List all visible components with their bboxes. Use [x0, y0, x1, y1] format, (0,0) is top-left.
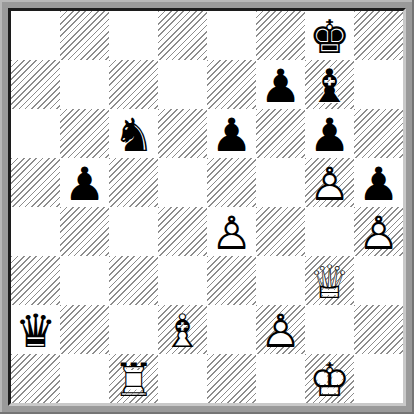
square-e4[interactable]: ♟♙: [207, 207, 256, 256]
piece-black-queen: ♛: [15, 308, 56, 354]
piece-white-queen: ♛♕: [305, 256, 354, 305]
piece-white-pawn: ♟♙: [207, 207, 256, 256]
square-h3[interactable]: [354, 256, 403, 305]
square-b4[interactable]: [60, 207, 109, 256]
piece-white-bishop: ♝♗: [158, 305, 207, 354]
square-f6[interactable]: [256, 109, 305, 158]
piece-white-pawn: ♟♙: [256, 305, 305, 354]
square-f1[interactable]: [256, 354, 305, 403]
piece-outline-layer: ♙: [354, 208, 403, 257]
square-h6[interactable]: [354, 109, 403, 158]
square-a8[interactable]: [11, 11, 60, 60]
square-g7[interactable]: ♝: [305, 60, 354, 109]
piece-outline-layer: ♔: [305, 355, 354, 404]
piece-outline-layer: ♙: [305, 159, 354, 208]
piece-black-bishop: ♝: [309, 63, 350, 109]
piece-black-pawn: ♟: [309, 112, 350, 158]
square-f5[interactable]: [256, 158, 305, 207]
square-b5[interactable]: ♟: [60, 158, 109, 207]
square-e6[interactable]: ♟: [207, 109, 256, 158]
square-c6[interactable]: ♞: [109, 109, 158, 158]
square-b3[interactable]: [60, 256, 109, 305]
square-f8[interactable]: [256, 11, 305, 60]
square-d5[interactable]: [158, 158, 207, 207]
square-a5[interactable]: [11, 158, 60, 207]
piece-outline-layer: ♙: [256, 306, 305, 355]
square-e2[interactable]: [207, 305, 256, 354]
square-c4[interactable]: [109, 207, 158, 256]
square-a4[interactable]: [11, 207, 60, 256]
piece-black-pawn: ♟: [64, 161, 105, 207]
square-c3[interactable]: [109, 256, 158, 305]
square-f2[interactable]: ♟♙: [256, 305, 305, 354]
square-g1[interactable]: ♚♔: [305, 354, 354, 403]
square-g3[interactable]: ♛♕: [305, 256, 354, 305]
piece-black-pawn: ♟: [260, 63, 301, 109]
piece-black-pawn: ♟: [358, 161, 399, 207]
square-e1[interactable]: [207, 354, 256, 403]
square-h7[interactable]: [354, 60, 403, 109]
square-h2[interactable]: [354, 305, 403, 354]
square-d8[interactable]: [158, 11, 207, 60]
square-h5[interactable]: ♟: [354, 158, 403, 207]
piece-outline-layer: ♙: [207, 208, 256, 257]
square-d3[interactable]: [158, 256, 207, 305]
square-b7[interactable]: [60, 60, 109, 109]
piece-outline-layer: ♕: [305, 257, 354, 306]
piece-white-pawn: ♟♙: [354, 207, 403, 256]
piece-outline-layer: ♗: [158, 306, 207, 355]
square-c2[interactable]: [109, 305, 158, 354]
piece-outline-layer: ♖: [109, 355, 158, 404]
square-g4[interactable]: [305, 207, 354, 256]
square-b6[interactable]: [60, 109, 109, 158]
square-g2[interactable]: [305, 305, 354, 354]
square-g8[interactable]: ♚: [305, 11, 354, 60]
square-a2[interactable]: ♛: [11, 305, 60, 354]
square-e8[interactable]: [207, 11, 256, 60]
square-d6[interactable]: [158, 109, 207, 158]
piece-white-pawn: ♟♙: [305, 158, 354, 207]
square-d1[interactable]: [158, 354, 207, 403]
square-b2[interactable]: [60, 305, 109, 354]
square-e5[interactable]: [207, 158, 256, 207]
square-a1[interactable]: [11, 354, 60, 403]
square-b1[interactable]: [60, 354, 109, 403]
piece-black-pawn: ♟: [211, 112, 252, 158]
square-e3[interactable]: [207, 256, 256, 305]
square-f4[interactable]: [256, 207, 305, 256]
square-b8[interactable]: [60, 11, 109, 60]
square-h4[interactable]: ♟♙: [354, 207, 403, 256]
square-e7[interactable]: [207, 60, 256, 109]
square-d4[interactable]: [158, 207, 207, 256]
square-a6[interactable]: [11, 109, 60, 158]
chess-board: ♚♟♝♞♟♟♟♟♙♟♟♙♟♙♛♕♛♝♗♟♙♜♖♚♔: [8, 8, 406, 406]
board-frame: ♚♟♝♞♟♟♟♟♙♟♟♙♟♙♛♕♛♝♗♟♙♜♖♚♔: [0, 0, 414, 414]
square-g6[interactable]: ♟: [305, 109, 354, 158]
square-a3[interactable]: [11, 256, 60, 305]
square-d2[interactable]: ♝♗: [158, 305, 207, 354]
square-f7[interactable]: ♟: [256, 60, 305, 109]
square-h8[interactable]: [354, 11, 403, 60]
piece-white-rook: ♜♖: [109, 354, 158, 403]
piece-black-knight: ♞: [113, 112, 154, 158]
square-c7[interactable]: [109, 60, 158, 109]
square-c1[interactable]: ♜♖: [109, 354, 158, 403]
square-h1[interactable]: [354, 354, 403, 403]
piece-black-king: ♚: [309, 14, 350, 60]
square-a7[interactable]: [11, 60, 60, 109]
square-g5[interactable]: ♟♙: [305, 158, 354, 207]
square-c5[interactable]: [109, 158, 158, 207]
piece-white-king: ♚♔: [305, 354, 354, 403]
square-c8[interactable]: [109, 11, 158, 60]
square-d7[interactable]: [158, 60, 207, 109]
square-f3[interactable]: [256, 256, 305, 305]
